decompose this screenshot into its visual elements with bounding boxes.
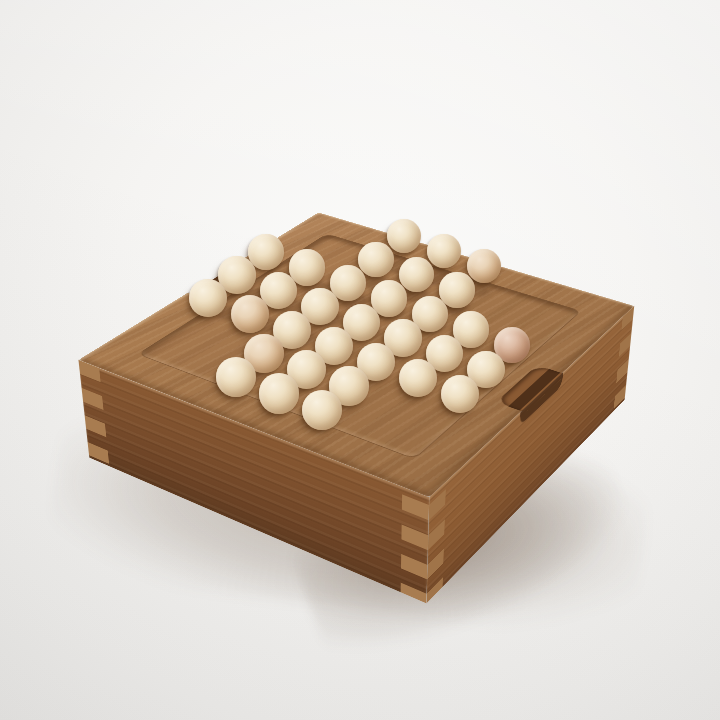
peg-ball-r0c4[interactable] xyxy=(467,249,501,283)
peg-ball-r6c3[interactable] xyxy=(259,373,299,413)
peg-ball-r0c3[interactable] xyxy=(427,234,461,268)
peg-ball-r6c4[interactable] xyxy=(302,390,342,430)
peg-ball-r4c0[interactable] xyxy=(189,279,227,317)
peg-ball-r4c1[interactable] xyxy=(231,295,269,333)
pegs-layer xyxy=(0,0,720,720)
peg-ball-r1c4[interactable] xyxy=(439,272,474,307)
studio-background xyxy=(0,0,720,720)
peg-ball-r1c3[interactable] xyxy=(399,257,434,292)
peg-ball-r6c2[interactable] xyxy=(216,357,256,397)
peg-ball-r1c2[interactable] xyxy=(358,242,393,277)
peg-ball-r4c6[interactable] xyxy=(441,375,479,413)
peg-ball-r0c2[interactable] xyxy=(387,219,421,253)
peg-ball-r4c5[interactable] xyxy=(399,359,437,397)
